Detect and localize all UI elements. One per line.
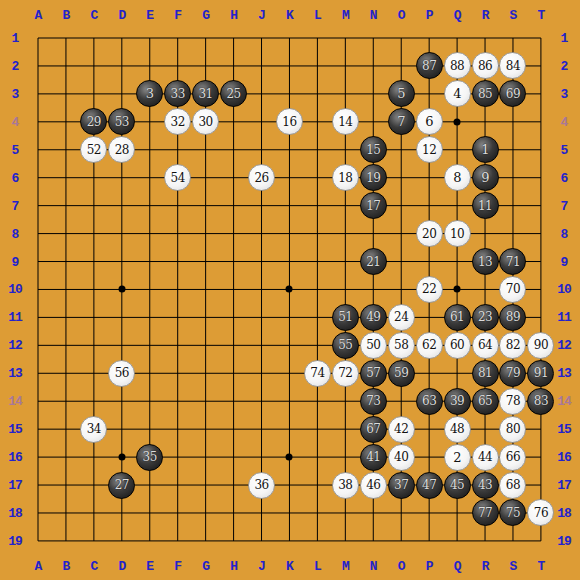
row-label-left-17: 17: [8, 478, 22, 493]
row-label-left-16: 16: [8, 450, 22, 465]
stone-white-60: 60: [444, 332, 471, 359]
stone-white-4: 4: [444, 80, 471, 107]
stone-white-6: 6: [416, 108, 443, 135]
stone-white-58: 58: [388, 332, 415, 359]
stone-black-51: 51: [332, 304, 359, 331]
row-label-right-13: 13: [557, 366, 571, 381]
row-label-right-12: 12: [557, 338, 571, 353]
row-label-right-15: 15: [557, 422, 571, 437]
column-label-top-F: F: [174, 8, 181, 23]
row-label-left-13: 13: [8, 366, 22, 381]
column-label-top-B: B: [63, 8, 70, 23]
stone-black-45: 45: [444, 472, 471, 499]
stone-black-77: 77: [472, 499, 499, 526]
row-label-left-11: 11: [8, 310, 22, 325]
row-label-right-16: 16: [557, 450, 571, 465]
column-label-bottom-D: D: [118, 559, 125, 574]
stone-white-2: 2: [444, 444, 471, 471]
stone-white-50: 50: [360, 332, 387, 359]
stone-black-91: 91: [527, 360, 554, 387]
row-label-right-1: 1: [561, 31, 568, 46]
stone-white-38: 38: [332, 472, 359, 499]
stone-white-74: 74: [304, 360, 331, 387]
column-label-top-M: M: [342, 8, 349, 23]
row-label-right-2: 2: [561, 58, 568, 73]
stone-black-61: 61: [444, 304, 471, 331]
stone-white-20: 20: [416, 220, 443, 247]
column-label-bottom-J: J: [258, 559, 265, 574]
stone-white-56: 56: [108, 360, 135, 387]
row-label-right-14: 14: [557, 394, 571, 409]
row-label-right-5: 5: [561, 142, 568, 157]
stone-white-78: 78: [499, 388, 526, 415]
stone-white-36: 36: [248, 472, 275, 499]
star-point-D16: [118, 454, 125, 461]
row-label-right-17: 17: [557, 478, 571, 493]
stone-black-35: 35: [136, 444, 163, 471]
row-label-right-8: 8: [561, 226, 568, 241]
stone-white-40: 40: [388, 444, 415, 471]
column-label-bottom-B: B: [63, 559, 70, 574]
stone-white-88: 88: [444, 52, 471, 79]
row-label-left-5: 5: [12, 142, 19, 157]
column-label-top-S: S: [510, 8, 517, 23]
stone-white-48: 48: [444, 416, 471, 443]
stone-black-37: 37: [388, 472, 415, 499]
stone-black-87: 87: [416, 52, 443, 79]
column-label-top-R: R: [482, 8, 489, 23]
row-label-left-19: 19: [8, 533, 22, 548]
row-label-right-9: 9: [561, 254, 568, 269]
stone-black-1: 1: [472, 136, 499, 163]
stone-black-7: 7: [388, 108, 415, 135]
stone-black-27: 27: [108, 472, 135, 499]
stone-white-64: 64: [472, 332, 499, 359]
stone-white-26: 26: [248, 164, 275, 191]
row-label-left-14: 14: [8, 394, 22, 409]
stone-black-85: 85: [472, 80, 499, 107]
stone-black-41: 41: [360, 444, 387, 471]
stone-black-67: 67: [360, 416, 387, 443]
row-label-right-4: 4: [561, 114, 568, 129]
stone-white-34: 34: [80, 416, 107, 443]
column-label-top-H: H: [230, 8, 237, 23]
stone-white-42: 42: [388, 416, 415, 443]
stone-black-39: 39: [444, 388, 471, 415]
row-label-right-19: 19: [557, 533, 571, 548]
column-label-top-T: T: [538, 8, 545, 23]
stone-white-44: 44: [472, 444, 499, 471]
stone-white-8: 8: [444, 164, 471, 191]
stone-black-63: 63: [416, 388, 443, 415]
row-label-left-1: 1: [12, 31, 19, 46]
column-label-bottom-M: M: [342, 559, 349, 574]
column-label-top-J: J: [258, 8, 265, 23]
star-point-D10: [118, 286, 125, 293]
row-label-right-11: 11: [557, 310, 571, 325]
stone-black-13: 13: [472, 248, 499, 275]
stone-black-9: 9: [472, 164, 499, 191]
stone-black-17: 17: [360, 192, 387, 219]
stone-black-59: 59: [388, 360, 415, 387]
column-label-bottom-F: F: [174, 559, 181, 574]
star-point-K16: [286, 454, 293, 461]
star-point-K10: [286, 286, 293, 293]
stone-black-65: 65: [472, 388, 499, 415]
column-label-top-P: P: [426, 8, 433, 23]
stone-white-80: 80: [499, 416, 526, 443]
row-label-left-4: 4: [12, 114, 19, 129]
row-label-left-2: 2: [12, 58, 19, 73]
row-label-left-3: 3: [12, 86, 19, 101]
stone-black-49: 49: [360, 304, 387, 331]
row-label-left-18: 18: [8, 505, 22, 520]
column-label-bottom-O: O: [398, 559, 405, 574]
column-label-bottom-E: E: [146, 559, 153, 574]
column-label-bottom-K: K: [286, 559, 293, 574]
column-label-bottom-N: N: [370, 559, 377, 574]
star-point-Q4: [454, 118, 461, 125]
stone-white-46: 46: [360, 472, 387, 499]
column-label-bottom-S: S: [510, 559, 517, 574]
stone-black-73: 73: [360, 388, 387, 415]
row-label-right-7: 7: [561, 198, 568, 213]
row-label-right-10: 10: [557, 282, 571, 297]
row-label-left-12: 12: [8, 338, 22, 353]
stone-black-19: 19: [360, 164, 387, 191]
row-label-left-8: 8: [12, 226, 19, 241]
column-label-bottom-H: H: [230, 559, 237, 574]
column-label-top-C: C: [90, 8, 97, 23]
stone-black-57: 57: [360, 360, 387, 387]
stone-black-15: 15: [360, 136, 387, 163]
stone-black-43: 43: [472, 472, 499, 499]
row-label-left-10: 10: [8, 282, 22, 297]
row-label-left-9: 9: [12, 254, 19, 269]
stone-white-86: 86: [472, 52, 499, 79]
row-label-right-18: 18: [557, 505, 571, 520]
stone-black-5: 5: [388, 80, 415, 107]
stone-white-72: 72: [332, 360, 359, 387]
stone-black-21: 21: [360, 248, 387, 275]
stone-white-10: 10: [444, 220, 471, 247]
stone-black-47: 47: [416, 472, 443, 499]
stone-white-14: 14: [332, 108, 359, 135]
row-label-right-6: 6: [561, 170, 568, 185]
column-label-top-Q: Q: [454, 8, 461, 23]
column-label-bottom-A: A: [35, 559, 42, 574]
column-label-top-K: K: [286, 8, 293, 23]
row-label-left-15: 15: [8, 422, 22, 437]
row-label-left-7: 7: [12, 198, 19, 213]
stone-white-22: 22: [416, 276, 443, 303]
stone-white-62: 62: [416, 332, 443, 359]
column-label-top-D: D: [118, 8, 125, 23]
row-label-right-3: 3: [561, 86, 568, 101]
column-label-top-L: L: [314, 8, 321, 23]
stone-white-12: 12: [416, 136, 443, 163]
stone-white-66: 66: [499, 444, 526, 471]
stone-black-11: 11: [472, 192, 499, 219]
stone-white-68: 68: [499, 472, 526, 499]
stone-black-23: 23: [472, 304, 499, 331]
column-label-bottom-L: L: [314, 559, 321, 574]
go-board-diagram: ABCDEFGHJKLMNOPQRST ABCDEFGHJKLMNOPQRST …: [0, 0, 580, 580]
stone-white-18: 18: [332, 164, 359, 191]
stone-black-55: 55: [332, 332, 359, 359]
stone-white-24: 24: [388, 304, 415, 331]
column-label-top-E: E: [146, 8, 153, 23]
column-label-top-A: A: [35, 8, 42, 23]
row-label-left-6: 6: [12, 170, 19, 185]
column-label-bottom-R: R: [482, 559, 489, 574]
column-label-bottom-G: G: [202, 559, 209, 574]
column-label-top-O: O: [398, 8, 405, 23]
stone-black-83: 83: [527, 388, 554, 415]
column-label-top-G: G: [202, 8, 209, 23]
column-label-bottom-C: C: [90, 559, 97, 574]
column-label-bottom-T: T: [538, 559, 545, 574]
star-point-Q10: [454, 286, 461, 293]
stone-black-81: 81: [472, 360, 499, 387]
column-label-top-N: N: [370, 8, 377, 23]
column-label-bottom-Q: Q: [454, 559, 461, 574]
column-label-bottom-P: P: [426, 559, 433, 574]
